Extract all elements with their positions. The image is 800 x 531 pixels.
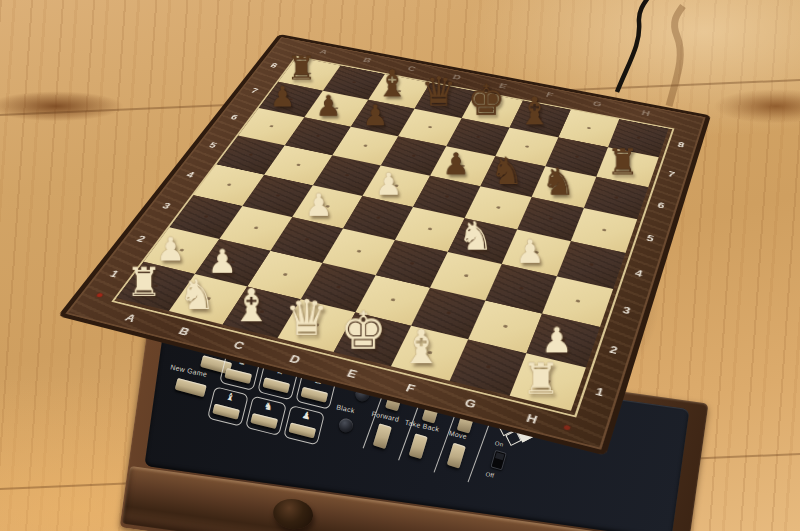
black-pawn[interactable]: ♟ xyxy=(270,83,295,111)
square-led xyxy=(411,154,416,157)
white-rook[interactable]: ♜ xyxy=(522,357,561,400)
square-h5[interactable] xyxy=(571,208,637,253)
square-led xyxy=(316,134,321,137)
bishop-icon: ♝ xyxy=(213,388,247,406)
black-knight[interactable]: ♞ xyxy=(490,153,524,190)
white-knight[interactable]: ♞ xyxy=(458,216,494,256)
white-queen[interactable]: ♛ xyxy=(285,293,329,342)
white-bishop[interactable]: ♝ xyxy=(231,284,272,329)
square-led xyxy=(304,238,309,241)
take-back-button[interactable] xyxy=(409,433,428,459)
square-f3[interactable] xyxy=(430,252,502,301)
square-led xyxy=(390,298,396,302)
square-led xyxy=(409,262,414,266)
forward-label: Forward xyxy=(371,410,400,423)
square-led xyxy=(336,285,342,289)
black-pawn[interactable]: ♟ xyxy=(316,92,342,121)
square-led xyxy=(519,286,524,290)
black-pawn[interactable]: ♟ xyxy=(362,101,388,130)
square-led xyxy=(253,226,258,229)
black-rook[interactable]: ♜ xyxy=(607,144,639,180)
square-f6[interactable]: ♞ xyxy=(480,156,545,197)
white-pawn[interactable]: ♟ xyxy=(305,190,333,221)
queen-entry-key[interactable] xyxy=(262,377,290,393)
square-led xyxy=(345,174,350,177)
black-label: Black xyxy=(336,403,356,414)
square-led xyxy=(614,196,619,199)
square-led xyxy=(356,250,361,253)
square-led xyxy=(376,216,381,219)
square-led xyxy=(525,145,530,148)
square-led xyxy=(503,324,508,328)
square-led xyxy=(496,206,501,209)
rook-entry-key[interactable] xyxy=(301,387,329,403)
square-led xyxy=(296,163,301,166)
square-led xyxy=(548,217,553,220)
square-led xyxy=(203,215,208,218)
square-led xyxy=(575,299,580,303)
square-led xyxy=(602,228,607,231)
bishop-entry-button[interactable]: ♝ xyxy=(207,386,249,426)
bishop-entry-key[interactable] xyxy=(212,404,240,420)
white-king[interactable]: ♚ xyxy=(340,305,387,357)
pawn-entry-key[interactable] xyxy=(288,422,316,438)
square-led xyxy=(275,194,280,197)
forward-button[interactable] xyxy=(373,423,392,449)
move-button[interactable] xyxy=(447,443,466,469)
square-led xyxy=(269,125,274,128)
king-entry-key[interactable] xyxy=(224,368,252,384)
black-button[interactable] xyxy=(338,418,354,434)
white-pawn[interactable]: ♟ xyxy=(515,235,544,268)
square-led xyxy=(575,155,580,158)
black-queen[interactable]: ♛ xyxy=(421,72,457,112)
power-switch[interactable] xyxy=(490,450,506,471)
square-led xyxy=(464,274,469,278)
black-king[interactable]: ♚ xyxy=(467,79,505,122)
pawn-icon: ♟ xyxy=(289,407,323,425)
square-led xyxy=(446,311,452,315)
square-led xyxy=(282,273,288,277)
white-pawn[interactable]: ♟ xyxy=(541,323,573,358)
white-bishop[interactable]: ♝ xyxy=(400,324,442,371)
square-led xyxy=(589,263,594,267)
black-pawn[interactable]: ♟ xyxy=(442,149,469,179)
pawn-entry-button[interactable]: ♟ xyxy=(283,405,325,445)
new-game-button[interactable] xyxy=(175,378,207,397)
knight-entry-key[interactable] xyxy=(250,413,278,429)
square-led xyxy=(486,365,492,369)
white-rook[interactable]: ♜ xyxy=(126,262,162,302)
black-bishop[interactable]: ♝ xyxy=(517,93,551,131)
square-led xyxy=(427,227,432,230)
knight-icon: ♞ xyxy=(251,398,285,416)
square-led xyxy=(227,183,232,186)
square-led xyxy=(587,127,592,130)
square-led xyxy=(248,153,253,156)
knight-entry-button[interactable]: ♞ xyxy=(245,396,287,436)
square-led xyxy=(636,136,640,139)
white-pawn[interactable]: ♟ xyxy=(375,169,403,200)
square-led xyxy=(352,81,357,84)
square-led xyxy=(428,126,433,129)
square-led xyxy=(476,135,481,138)
black-knight[interactable]: ♞ xyxy=(541,163,575,201)
black-bishop[interactable]: ♝ xyxy=(376,66,409,103)
power-off-label: Off xyxy=(485,471,495,479)
power-on-label: On xyxy=(494,440,504,448)
square-led xyxy=(363,144,368,147)
square-led xyxy=(445,195,450,198)
white-knight[interactable]: ♞ xyxy=(178,274,215,316)
